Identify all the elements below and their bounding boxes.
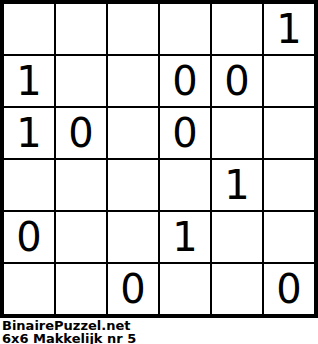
cell-r5c6[interactable] [264, 212, 314, 262]
cell-r6c2[interactable] [56, 264, 106, 314]
cell-r4c2[interactable] [56, 160, 106, 210]
cell-r5c4: 1 [160, 212, 210, 262]
cell-r2c4: 0 [160, 56, 210, 106]
cell-r5c5[interactable] [212, 212, 262, 262]
cell-r3c2: 0 [56, 108, 106, 158]
cell-r6c4[interactable] [160, 264, 210, 314]
cell-r1c4[interactable] [160, 4, 210, 54]
cell-r2c2[interactable] [56, 56, 106, 106]
puzzle-subtitle: 6x6 Makkelijk nr 5 [2, 332, 318, 344]
cell-r1c6: 1 [264, 4, 314, 54]
cell-r5c3[interactable] [108, 212, 158, 262]
cell-r3c6[interactable] [264, 108, 314, 158]
cell-r6c5[interactable] [212, 264, 262, 314]
cell-r6c6: 0 [264, 264, 314, 314]
cell-r2c1: 1 [4, 56, 54, 106]
cell-r1c5[interactable] [212, 4, 262, 54]
cell-r1c3[interactable] [108, 4, 158, 54]
cell-r5c1: 0 [4, 212, 54, 262]
cell-r6c3: 0 [108, 264, 158, 314]
cell-r2c3[interactable] [108, 56, 158, 106]
binary-puzzle-board: 110010010100 [0, 0, 318, 318]
cell-r6c1[interactable] [4, 264, 54, 314]
cell-r4c5: 1 [212, 160, 262, 210]
cell-r4c3[interactable] [108, 160, 158, 210]
cell-r4c6[interactable] [264, 160, 314, 210]
cell-r2c5: 0 [212, 56, 262, 106]
cell-r3c5[interactable] [212, 108, 262, 158]
cell-r1c2[interactable] [56, 4, 106, 54]
cell-r3c4: 0 [160, 108, 210, 158]
cell-r4c1[interactable] [4, 160, 54, 210]
cell-r4c4[interactable] [160, 160, 210, 210]
cell-r3c3[interactable] [108, 108, 158, 158]
cell-r3c1: 1 [4, 108, 54, 158]
cell-r5c2[interactable] [56, 212, 106, 262]
cell-r1c1[interactable] [4, 4, 54, 54]
cell-r2c6[interactable] [264, 56, 314, 106]
